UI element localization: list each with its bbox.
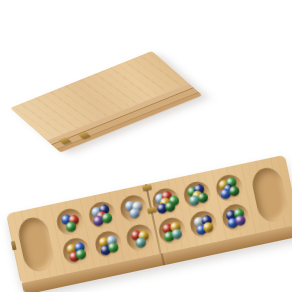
pit-top-4[interactable] <box>150 186 181 217</box>
pit-bottom-4[interactable] <box>156 215 187 246</box>
pit-bottom-1[interactable] <box>61 236 92 267</box>
pit-bottom-3[interactable] <box>125 222 156 253</box>
box-hinge <box>78 132 90 139</box>
photo-background: { "game": "mancala", "board": { "rows": … <box>0 0 292 292</box>
box-hinge <box>59 137 71 144</box>
mancala-board <box>6 155 292 292</box>
pit-bottom-5[interactable] <box>188 209 219 240</box>
left-store[interactable] <box>16 215 57 274</box>
right-store[interactable] <box>249 165 290 224</box>
closed-mancala-box <box>10 51 202 152</box>
pit-bottom-6[interactable] <box>220 202 251 233</box>
pit-top-1[interactable] <box>55 206 86 237</box>
clasp <box>11 241 17 251</box>
pit-top-3[interactable] <box>118 193 149 224</box>
pit-top-6[interactable] <box>214 173 245 204</box>
pit-top-2[interactable] <box>87 200 118 231</box>
pit-top-5[interactable] <box>182 179 213 210</box>
pit-bottom-2[interactable] <box>93 229 124 260</box>
